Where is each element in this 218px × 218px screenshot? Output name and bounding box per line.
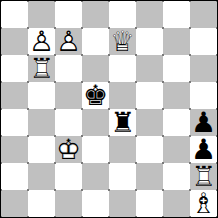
square-e4[interactable]: ♜	[109, 109, 136, 136]
piece-black-pawn[interactable]: ♟	[191, 109, 216, 136]
square-c6[interactable]	[55, 55, 82, 82]
square-g7[interactable]	[163, 28, 190, 55]
square-h1[interactable]: ♝♗	[190, 190, 217, 217]
square-d1[interactable]	[82, 190, 109, 217]
square-d5[interactable]: ♚	[82, 82, 109, 109]
piece-glyph: ♜	[110, 106, 135, 139]
square-e7[interactable]: ♛♕	[109, 28, 136, 55]
square-f5[interactable]	[136, 82, 163, 109]
square-b4[interactable]	[28, 109, 55, 136]
square-a4[interactable]	[1, 109, 28, 136]
square-a3[interactable]	[1, 136, 28, 163]
square-h8[interactable]	[190, 1, 217, 28]
square-c7[interactable]: ♟♙	[55, 28, 82, 55]
square-f8[interactable]	[136, 1, 163, 28]
piece-black-pawn[interactable]: ♟	[191, 136, 216, 163]
piece-white-pawn[interactable]: ♟♙	[29, 28, 54, 55]
piece-white-rook[interactable]: ♜♖	[191, 163, 216, 190]
piece-glyph-outline: ♔	[56, 133, 81, 166]
square-h4[interactable]: ♟	[190, 109, 217, 136]
square-d4[interactable]	[82, 109, 109, 136]
square-f6[interactable]	[136, 55, 163, 82]
square-d3[interactable]	[82, 136, 109, 163]
square-h7[interactable]	[190, 28, 217, 55]
square-g1[interactable]	[163, 190, 190, 217]
square-e1[interactable]	[109, 190, 136, 217]
square-c8[interactable]	[55, 1, 82, 28]
piece-black-rook[interactable]: ♜	[110, 109, 135, 136]
square-c1[interactable]	[55, 190, 82, 217]
square-g6[interactable]	[163, 55, 190, 82]
square-b5[interactable]	[28, 82, 55, 109]
square-c2[interactable]	[55, 163, 82, 190]
square-g2[interactable]	[163, 163, 190, 190]
square-a8[interactable]	[1, 1, 28, 28]
piece-glyph-outline: ♗	[191, 187, 216, 218]
piece-glyph-outline: ♖	[29, 52, 54, 85]
square-e8[interactable]	[109, 1, 136, 28]
square-c3[interactable]: ♚♔	[55, 136, 82, 163]
square-g4[interactable]	[163, 109, 190, 136]
square-a1[interactable]	[1, 190, 28, 217]
square-f4[interactable]	[136, 109, 163, 136]
square-h5[interactable]	[190, 82, 217, 109]
square-g8[interactable]	[163, 1, 190, 28]
square-b8[interactable]	[28, 1, 55, 28]
square-d8[interactable]	[82, 1, 109, 28]
square-g3[interactable]	[163, 136, 190, 163]
piece-white-bishop[interactable]: ♝♗	[191, 190, 216, 217]
square-e5[interactable]	[109, 82, 136, 109]
square-b1[interactable]	[28, 190, 55, 217]
piece-white-queen[interactable]: ♛♕	[110, 28, 135, 55]
square-h3[interactable]: ♟	[190, 136, 217, 163]
square-c5[interactable]	[55, 82, 82, 109]
square-a2[interactable]	[1, 163, 28, 190]
piece-glyph: ♚	[83, 79, 108, 112]
piece-glyph-outline: ♕	[110, 25, 135, 58]
square-h2[interactable]: ♜♖	[190, 163, 217, 190]
piece-glyph-outline: ♙	[56, 25, 81, 58]
square-g5[interactable]	[163, 82, 190, 109]
square-f2[interactable]	[136, 163, 163, 190]
square-e3[interactable]	[109, 136, 136, 163]
square-d6[interactable]	[82, 55, 109, 82]
piece-white-king[interactable]: ♚♔	[56, 136, 81, 163]
square-f3[interactable]	[136, 136, 163, 163]
chess-board-frame: ♟♙♟♙♛♕♜♖♚♜♟♚♔♟♜♖♝♗	[0, 0, 218, 218]
square-b7[interactable]: ♟♙	[28, 28, 55, 55]
square-f1[interactable]	[136, 190, 163, 217]
square-b6[interactable]: ♜♖	[28, 55, 55, 82]
piece-black-king[interactable]: ♚	[83, 82, 108, 109]
square-e2[interactable]	[109, 163, 136, 190]
piece-white-pawn[interactable]: ♟♙	[56, 28, 81, 55]
chess-board: ♟♙♟♙♛♕♜♖♚♜♟♚♔♟♜♖♝♗	[1, 1, 217, 217]
square-a6[interactable]	[1, 55, 28, 82]
square-b3[interactable]	[28, 136, 55, 163]
square-f7[interactable]	[136, 28, 163, 55]
square-b2[interactable]	[28, 163, 55, 190]
square-c4[interactable]	[55, 109, 82, 136]
square-e6[interactable]	[109, 55, 136, 82]
square-a5[interactable]	[1, 82, 28, 109]
square-d7[interactable]	[82, 28, 109, 55]
square-h6[interactable]	[190, 55, 217, 82]
square-a7[interactable]	[1, 28, 28, 55]
square-d2[interactable]	[82, 163, 109, 190]
piece-white-rook[interactable]: ♜♖	[29, 55, 54, 82]
